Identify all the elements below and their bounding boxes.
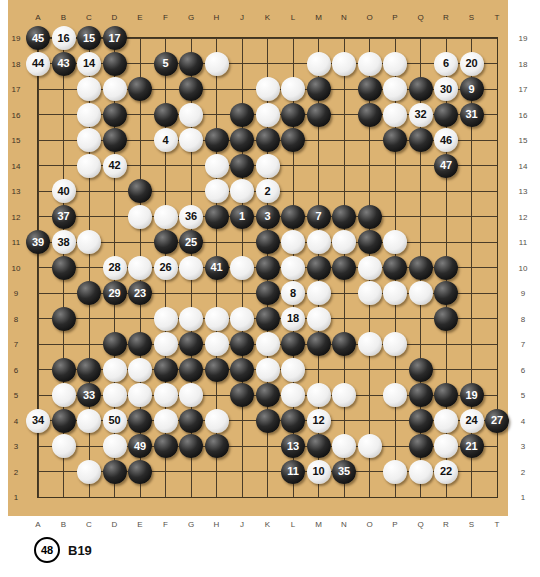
board-point-P13[interactable] bbox=[382, 178, 408, 204]
board-point-B7[interactable] bbox=[51, 331, 77, 357]
board-point-P4[interactable] bbox=[382, 408, 408, 434]
stone-white-P2[interactable] bbox=[383, 460, 407, 484]
stone-white-P9[interactable] bbox=[383, 281, 407, 305]
stone-black-Q6[interactable] bbox=[409, 358, 433, 382]
board-point-N9[interactable] bbox=[331, 280, 357, 306]
board-point-H10[interactable]: 41 bbox=[204, 255, 230, 281]
board-point-C2[interactable] bbox=[76, 459, 102, 485]
board-point-K14[interactable] bbox=[255, 153, 281, 179]
board-point-T7[interactable] bbox=[484, 331, 510, 357]
board-point-B17[interactable] bbox=[51, 76, 77, 102]
board-point-R4[interactable] bbox=[433, 408, 459, 434]
board-point-K4[interactable] bbox=[255, 408, 281, 434]
board-point-J13[interactable] bbox=[229, 178, 255, 204]
board-point-R6[interactable] bbox=[433, 357, 459, 383]
board-point-N18[interactable] bbox=[331, 51, 357, 77]
stone-white-S18[interactable]: 20 bbox=[460, 52, 484, 76]
stone-white-D10[interactable]: 28 bbox=[103, 256, 127, 280]
board-point-J14[interactable] bbox=[229, 153, 255, 179]
board-point-R15[interactable]: 46 bbox=[433, 127, 459, 153]
board-point-O19[interactable] bbox=[357, 25, 383, 51]
board-point-A19[interactable]: 45 bbox=[25, 25, 51, 51]
board-point-M18[interactable] bbox=[306, 51, 332, 77]
board-point-D10[interactable]: 28 bbox=[102, 255, 128, 281]
board-point-Q13[interactable] bbox=[408, 178, 434, 204]
stone-white-F7[interactable] bbox=[154, 332, 178, 356]
board-point-A5[interactable] bbox=[25, 382, 51, 408]
stone-black-L4[interactable] bbox=[281, 409, 305, 433]
board-point-F11[interactable] bbox=[153, 229, 179, 255]
board-point-M10[interactable] bbox=[306, 255, 332, 281]
board-point-G2[interactable] bbox=[178, 459, 204, 485]
board-point-O1[interactable] bbox=[357, 484, 383, 510]
stone-white-O3[interactable] bbox=[358, 434, 382, 458]
stone-white-R17[interactable]: 30 bbox=[434, 77, 458, 101]
board-point-D1[interactable] bbox=[102, 484, 128, 510]
stone-white-L5[interactable] bbox=[281, 383, 305, 407]
board-point-T3[interactable] bbox=[484, 433, 510, 459]
stone-black-K15[interactable] bbox=[256, 128, 280, 152]
board-point-H17[interactable] bbox=[204, 76, 230, 102]
stone-black-F18[interactable]: 5 bbox=[154, 52, 178, 76]
stone-black-K12[interactable]: 3 bbox=[256, 205, 280, 229]
board-point-P1[interactable] bbox=[382, 484, 408, 510]
board-point-R8[interactable] bbox=[433, 306, 459, 332]
board-point-G10[interactable] bbox=[178, 255, 204, 281]
stone-black-L12[interactable] bbox=[281, 205, 305, 229]
stone-black-G11[interactable]: 25 bbox=[179, 230, 203, 254]
board-point-S3[interactable]: 21 bbox=[459, 433, 485, 459]
board-point-H14[interactable] bbox=[204, 153, 230, 179]
board-point-K13[interactable]: 2 bbox=[255, 178, 281, 204]
board-point-Q16[interactable]: 32 bbox=[408, 102, 434, 128]
board-point-S8[interactable] bbox=[459, 306, 485, 332]
stone-black-F16[interactable] bbox=[154, 103, 178, 127]
stone-black-C6[interactable] bbox=[77, 358, 101, 382]
board-point-F3[interactable] bbox=[153, 433, 179, 459]
board-point-H2[interactable] bbox=[204, 459, 230, 485]
board-point-J6[interactable] bbox=[229, 357, 255, 383]
board-point-N6[interactable] bbox=[331, 357, 357, 383]
board-point-H8[interactable] bbox=[204, 306, 230, 332]
board-point-K7[interactable] bbox=[255, 331, 281, 357]
board-point-B3[interactable] bbox=[51, 433, 77, 459]
stone-black-J16[interactable] bbox=[230, 103, 254, 127]
board-point-C13[interactable] bbox=[76, 178, 102, 204]
board-point-E17[interactable] bbox=[127, 76, 153, 102]
board-point-J7[interactable] bbox=[229, 331, 255, 357]
board-point-S19[interactable] bbox=[459, 25, 485, 51]
board-point-S11[interactable] bbox=[459, 229, 485, 255]
stone-white-M4[interactable]: 12 bbox=[307, 409, 331, 433]
stone-white-R18[interactable]: 6 bbox=[434, 52, 458, 76]
board-point-E19[interactable] bbox=[127, 25, 153, 51]
board-point-D5[interactable] bbox=[102, 382, 128, 408]
stone-black-S3[interactable]: 21 bbox=[460, 434, 484, 458]
stone-white-H7[interactable] bbox=[205, 332, 229, 356]
stone-white-A4[interactable]: 34 bbox=[26, 409, 50, 433]
stone-black-R9[interactable] bbox=[434, 281, 458, 305]
board-point-S15[interactable] bbox=[459, 127, 485, 153]
board-point-N3[interactable] bbox=[331, 433, 357, 459]
board-point-P15[interactable] bbox=[382, 127, 408, 153]
board-point-T16[interactable] bbox=[484, 102, 510, 128]
stone-black-D18[interactable] bbox=[103, 52, 127, 76]
board-point-P18[interactable] bbox=[382, 51, 408, 77]
board-point-O17[interactable] bbox=[357, 76, 383, 102]
board-point-L16[interactable] bbox=[280, 102, 306, 128]
board-point-A8[interactable] bbox=[25, 306, 51, 332]
stone-black-G17[interactable] bbox=[179, 77, 203, 101]
stone-white-N5[interactable] bbox=[332, 383, 356, 407]
board-point-E2[interactable] bbox=[127, 459, 153, 485]
board-point-E8[interactable] bbox=[127, 306, 153, 332]
board-point-D7[interactable] bbox=[102, 331, 128, 357]
stone-white-G12[interactable]: 36 bbox=[179, 205, 203, 229]
board-point-Q10[interactable] bbox=[408, 255, 434, 281]
board-point-N11[interactable] bbox=[331, 229, 357, 255]
board-point-A14[interactable] bbox=[25, 153, 51, 179]
board-point-O13[interactable] bbox=[357, 178, 383, 204]
stone-black-B6[interactable] bbox=[52, 358, 76, 382]
stone-white-K16[interactable] bbox=[256, 103, 280, 127]
board-point-O18[interactable] bbox=[357, 51, 383, 77]
board-point-P17[interactable] bbox=[382, 76, 408, 102]
board-point-D13[interactable] bbox=[102, 178, 128, 204]
board-point-E9[interactable]: 23 bbox=[127, 280, 153, 306]
board-point-A1[interactable] bbox=[25, 484, 51, 510]
board-point-M2[interactable]: 10 bbox=[306, 459, 332, 485]
stone-black-M16[interactable] bbox=[307, 103, 331, 127]
stone-white-C2[interactable] bbox=[77, 460, 101, 484]
board-point-Q3[interactable] bbox=[408, 433, 434, 459]
stone-white-R3[interactable] bbox=[434, 434, 458, 458]
stone-black-H6[interactable] bbox=[205, 358, 229, 382]
board-point-F14[interactable] bbox=[153, 153, 179, 179]
board-point-P19[interactable] bbox=[382, 25, 408, 51]
board-point-J18[interactable] bbox=[229, 51, 255, 77]
board-point-J17[interactable] bbox=[229, 76, 255, 102]
board-point-S13[interactable] bbox=[459, 178, 485, 204]
stone-black-K9[interactable] bbox=[256, 281, 280, 305]
board-point-L7[interactable] bbox=[280, 331, 306, 357]
stone-white-K13[interactable]: 2 bbox=[256, 179, 280, 203]
stone-white-G15[interactable] bbox=[179, 128, 203, 152]
board-point-D8[interactable] bbox=[102, 306, 128, 332]
board-point-M15[interactable] bbox=[306, 127, 332, 153]
board-point-F6[interactable] bbox=[153, 357, 179, 383]
board-point-M9[interactable] bbox=[306, 280, 332, 306]
stone-black-Q17[interactable] bbox=[409, 77, 433, 101]
board-point-O6[interactable] bbox=[357, 357, 383, 383]
board-point-T11[interactable] bbox=[484, 229, 510, 255]
stone-white-M2[interactable]: 10 bbox=[307, 460, 331, 484]
board-point-T12[interactable] bbox=[484, 204, 510, 230]
board-point-C12[interactable] bbox=[76, 204, 102, 230]
board-point-S10[interactable] bbox=[459, 255, 485, 281]
stone-white-L8[interactable]: 18 bbox=[281, 307, 305, 331]
board-point-F2[interactable] bbox=[153, 459, 179, 485]
board-point-F12[interactable] bbox=[153, 204, 179, 230]
board-point-G14[interactable] bbox=[178, 153, 204, 179]
board-point-A9[interactable] bbox=[25, 280, 51, 306]
board-point-M19[interactable] bbox=[306, 25, 332, 51]
board-point-C11[interactable] bbox=[76, 229, 102, 255]
stone-black-D16[interactable] bbox=[103, 103, 127, 127]
board-point-L13[interactable] bbox=[280, 178, 306, 204]
stone-black-R16[interactable] bbox=[434, 103, 458, 127]
board-point-E7[interactable] bbox=[127, 331, 153, 357]
board-point-K6[interactable] bbox=[255, 357, 281, 383]
board-point-M13[interactable] bbox=[306, 178, 332, 204]
board-point-K12[interactable]: 3 bbox=[255, 204, 281, 230]
stone-white-H14[interactable] bbox=[205, 154, 229, 178]
board-point-M5[interactable] bbox=[306, 382, 332, 408]
stone-white-P5[interactable] bbox=[383, 383, 407, 407]
board-point-K10[interactable] bbox=[255, 255, 281, 281]
board-point-G19[interactable] bbox=[178, 25, 204, 51]
board-point-C3[interactable] bbox=[76, 433, 102, 459]
board-point-H4[interactable] bbox=[204, 408, 230, 434]
stone-black-G7[interactable] bbox=[179, 332, 203, 356]
stone-black-J5[interactable] bbox=[230, 383, 254, 407]
board-point-F5[interactable] bbox=[153, 382, 179, 408]
board-point-L11[interactable] bbox=[280, 229, 306, 255]
board-point-J12[interactable]: 1 bbox=[229, 204, 255, 230]
board-point-H15[interactable] bbox=[204, 127, 230, 153]
board-point-T18[interactable] bbox=[484, 51, 510, 77]
board-point-O2[interactable] bbox=[357, 459, 383, 485]
stone-black-K11[interactable] bbox=[256, 230, 280, 254]
board-point-H19[interactable] bbox=[204, 25, 230, 51]
stone-white-E12[interactable] bbox=[128, 205, 152, 229]
stone-black-E4[interactable] bbox=[128, 409, 152, 433]
stone-white-K17[interactable] bbox=[256, 77, 280, 101]
board-point-Q5[interactable] bbox=[408, 382, 434, 408]
board-point-A10[interactable] bbox=[25, 255, 51, 281]
stone-white-B3[interactable] bbox=[52, 434, 76, 458]
board-point-R3[interactable] bbox=[433, 433, 459, 459]
stone-black-T4[interactable]: 27 bbox=[485, 409, 509, 433]
board-point-D16[interactable] bbox=[102, 102, 128, 128]
board-point-A7[interactable] bbox=[25, 331, 51, 357]
board-point-O7[interactable] bbox=[357, 331, 383, 357]
stone-white-R2[interactable]: 22 bbox=[434, 460, 458, 484]
board-point-A12[interactable] bbox=[25, 204, 51, 230]
board-point-B1[interactable] bbox=[51, 484, 77, 510]
stone-white-L9[interactable]: 8 bbox=[281, 281, 305, 305]
stone-black-R10[interactable] bbox=[434, 256, 458, 280]
board-point-D15[interactable] bbox=[102, 127, 128, 153]
stone-black-J12[interactable]: 1 bbox=[230, 205, 254, 229]
stone-white-Q2[interactable] bbox=[409, 460, 433, 484]
board-point-R2[interactable]: 22 bbox=[433, 459, 459, 485]
board-point-T13[interactable] bbox=[484, 178, 510, 204]
board-point-R12[interactable] bbox=[433, 204, 459, 230]
board-point-G5[interactable] bbox=[178, 382, 204, 408]
board-point-D19[interactable]: 17 bbox=[102, 25, 128, 51]
board-point-F4[interactable] bbox=[153, 408, 179, 434]
stone-black-K4[interactable] bbox=[256, 409, 280, 433]
board-point-Q14[interactable] bbox=[408, 153, 434, 179]
board-point-O4[interactable] bbox=[357, 408, 383, 434]
stone-black-C9[interactable] bbox=[77, 281, 101, 305]
board-point-L6[interactable] bbox=[280, 357, 306, 383]
stone-white-M8[interactable] bbox=[307, 307, 331, 331]
board-point-E10[interactable] bbox=[127, 255, 153, 281]
stone-black-J7[interactable] bbox=[230, 332, 254, 356]
board-point-S5[interactable]: 19 bbox=[459, 382, 485, 408]
board-point-G12[interactable]: 36 bbox=[178, 204, 204, 230]
stone-black-Q10[interactable] bbox=[409, 256, 433, 280]
board-point-M3[interactable] bbox=[306, 433, 332, 459]
board-point-J9[interactable] bbox=[229, 280, 255, 306]
stone-white-C14[interactable] bbox=[77, 154, 101, 178]
stone-black-R5[interactable] bbox=[434, 383, 458, 407]
stone-white-F8[interactable] bbox=[154, 307, 178, 331]
board-point-S18[interactable]: 20 bbox=[459, 51, 485, 77]
board-point-K16[interactable] bbox=[255, 102, 281, 128]
stone-white-D6[interactable] bbox=[103, 358, 127, 382]
stone-white-S4[interactable]: 24 bbox=[460, 409, 484, 433]
board-point-O3[interactable] bbox=[357, 433, 383, 459]
board-point-H6[interactable] bbox=[204, 357, 230, 383]
board-point-Q6[interactable] bbox=[408, 357, 434, 383]
stone-black-E7[interactable] bbox=[128, 332, 152, 356]
board-point-B18[interactable]: 43 bbox=[51, 51, 77, 77]
board-point-S16[interactable]: 31 bbox=[459, 102, 485, 128]
board-point-J2[interactable] bbox=[229, 459, 255, 485]
board-point-H16[interactable] bbox=[204, 102, 230, 128]
stone-black-Q4[interactable] bbox=[409, 409, 433, 433]
board-point-T14[interactable] bbox=[484, 153, 510, 179]
board-point-T1[interactable] bbox=[484, 484, 510, 510]
stone-black-E9[interactable]: 23 bbox=[128, 281, 152, 305]
board-point-D2[interactable] bbox=[102, 459, 128, 485]
stone-black-R8[interactable] bbox=[434, 307, 458, 331]
board-point-N15[interactable] bbox=[331, 127, 357, 153]
stone-white-M5[interactable] bbox=[307, 383, 331, 407]
board-point-O12[interactable] bbox=[357, 204, 383, 230]
board-point-S4[interactable]: 24 bbox=[459, 408, 485, 434]
stone-black-O11[interactable] bbox=[358, 230, 382, 254]
stone-white-F4[interactable] bbox=[154, 409, 178, 433]
board-point-R11[interactable] bbox=[433, 229, 459, 255]
stone-black-C5[interactable]: 33 bbox=[77, 383, 101, 407]
board-point-F8[interactable] bbox=[153, 306, 179, 332]
board-point-J16[interactable] bbox=[229, 102, 255, 128]
board-point-N7[interactable] bbox=[331, 331, 357, 357]
board-point-D9[interactable]: 29 bbox=[102, 280, 128, 306]
stone-black-N12[interactable] bbox=[332, 205, 356, 229]
board-point-T15[interactable] bbox=[484, 127, 510, 153]
stone-black-Q3[interactable] bbox=[409, 434, 433, 458]
board-point-J10[interactable] bbox=[229, 255, 255, 281]
board-point-G4[interactable] bbox=[178, 408, 204, 434]
stone-black-K10[interactable] bbox=[256, 256, 280, 280]
board-point-T4[interactable]: 27 bbox=[484, 408, 510, 434]
board-point-A15[interactable] bbox=[25, 127, 51, 153]
stone-black-F3[interactable] bbox=[154, 434, 178, 458]
board-point-T6[interactable] bbox=[484, 357, 510, 383]
stone-black-A19[interactable]: 45 bbox=[26, 26, 50, 50]
board-point-K18[interactable] bbox=[255, 51, 281, 77]
stone-white-D17[interactable] bbox=[103, 77, 127, 101]
board-point-R7[interactable] bbox=[433, 331, 459, 357]
stone-white-J13[interactable] bbox=[230, 179, 254, 203]
board-point-R16[interactable] bbox=[433, 102, 459, 128]
board-point-R5[interactable] bbox=[433, 382, 459, 408]
board-point-G1[interactable] bbox=[178, 484, 204, 510]
board-point-Q2[interactable] bbox=[408, 459, 434, 485]
stone-black-M12[interactable]: 7 bbox=[307, 205, 331, 229]
board-point-J8[interactable] bbox=[229, 306, 255, 332]
stone-white-Q9[interactable] bbox=[409, 281, 433, 305]
stone-black-G3[interactable] bbox=[179, 434, 203, 458]
stone-black-S5[interactable]: 19 bbox=[460, 383, 484, 407]
board-point-L10[interactable] bbox=[280, 255, 306, 281]
stone-white-F5[interactable] bbox=[154, 383, 178, 407]
board-point-J15[interactable] bbox=[229, 127, 255, 153]
stone-white-R15[interactable]: 46 bbox=[434, 128, 458, 152]
stone-black-K8[interactable] bbox=[256, 307, 280, 331]
board-point-L19[interactable] bbox=[280, 25, 306, 51]
board-point-M4[interactable]: 12 bbox=[306, 408, 332, 434]
board-point-M14[interactable] bbox=[306, 153, 332, 179]
board-point-M16[interactable] bbox=[306, 102, 332, 128]
board-point-M6[interactable] bbox=[306, 357, 332, 383]
stone-black-L3[interactable]: 13 bbox=[281, 434, 305, 458]
board-point-C7[interactable] bbox=[76, 331, 102, 357]
board-point-N19[interactable] bbox=[331, 25, 357, 51]
board-point-P12[interactable] bbox=[382, 204, 408, 230]
stone-white-A18[interactable]: 44 bbox=[26, 52, 50, 76]
board-point-L8[interactable]: 18 bbox=[280, 306, 306, 332]
board-point-R10[interactable] bbox=[433, 255, 459, 281]
stone-white-Q16[interactable]: 32 bbox=[409, 103, 433, 127]
board-point-O15[interactable] bbox=[357, 127, 383, 153]
board-point-C6[interactable] bbox=[76, 357, 102, 383]
board-point-N12[interactable] bbox=[331, 204, 357, 230]
board-point-S7[interactable] bbox=[459, 331, 485, 357]
board-point-B11[interactable]: 38 bbox=[51, 229, 77, 255]
stone-black-Q15[interactable] bbox=[409, 128, 433, 152]
stone-black-F11[interactable] bbox=[154, 230, 178, 254]
board-point-A18[interactable]: 44 bbox=[25, 51, 51, 77]
board-point-D18[interactable] bbox=[102, 51, 128, 77]
board-point-L12[interactable] bbox=[280, 204, 306, 230]
board-point-P8[interactable] bbox=[382, 306, 408, 332]
stone-black-D2[interactable] bbox=[103, 460, 127, 484]
board-point-A11[interactable]: 39 bbox=[25, 229, 51, 255]
board-point-K15[interactable] bbox=[255, 127, 281, 153]
board-point-E18[interactable] bbox=[127, 51, 153, 77]
board-point-M8[interactable] bbox=[306, 306, 332, 332]
board-point-E5[interactable] bbox=[127, 382, 153, 408]
stone-white-O18[interactable] bbox=[358, 52, 382, 76]
stone-white-P18[interactable] bbox=[383, 52, 407, 76]
stone-black-H12[interactable] bbox=[205, 205, 229, 229]
board-point-L3[interactable]: 13 bbox=[280, 433, 306, 459]
stone-black-G18[interactable] bbox=[179, 52, 203, 76]
board-point-B12[interactable]: 37 bbox=[51, 204, 77, 230]
board-point-O11[interactable] bbox=[357, 229, 383, 255]
stone-black-B4[interactable] bbox=[52, 409, 76, 433]
board-point-G9[interactable] bbox=[178, 280, 204, 306]
board-point-H18[interactable] bbox=[204, 51, 230, 77]
board-point-C10[interactable] bbox=[76, 255, 102, 281]
board-point-N14[interactable] bbox=[331, 153, 357, 179]
